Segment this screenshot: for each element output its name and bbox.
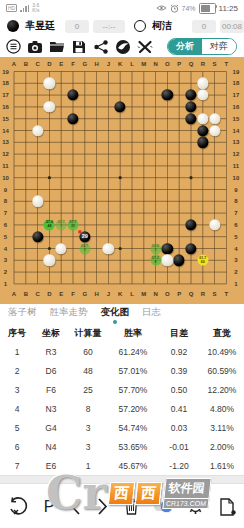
table-cell: 48 xyxy=(68,366,108,376)
board-coordinate: F xyxy=(71,61,75,67)
board-coordinate: E xyxy=(59,61,63,67)
board-coordinate: 15 xyxy=(233,116,240,122)
board-coordinate: H xyxy=(94,291,98,297)
toolbar: 分析 对弈 xyxy=(0,36,244,57)
board-coordinate: D xyxy=(47,291,51,297)
table-cell: 6 xyxy=(0,442,34,452)
save-button[interactable] xyxy=(71,39,87,55)
white-captures: 0 xyxy=(192,20,216,33)
board-coordinate: 17 xyxy=(233,92,240,98)
table-cell: N3 xyxy=(34,404,68,414)
board-coordinate: A xyxy=(12,291,16,297)
table-cell: 53.65% xyxy=(108,442,158,452)
col-index: 序号 xyxy=(0,327,34,340)
board-coordinate: O xyxy=(165,291,170,297)
board-coordinate: 1 xyxy=(234,281,237,287)
battery-percent: 74% xyxy=(182,5,196,12)
analysis-overlay-N4[interactable]: 53.63 xyxy=(150,243,161,254)
player-bar: 芈昱廷 0 --:-- 柯洁 0 00:08 xyxy=(0,16,244,36)
board-coordinate: P xyxy=(177,291,181,297)
board-coordinate: L xyxy=(130,291,134,297)
table-cell: 2.00% xyxy=(200,442,244,452)
board-coordinate: 4 xyxy=(234,246,237,252)
board-coordinate: K xyxy=(118,291,122,297)
analysis-overlay-D6[interactable]: 57.048 xyxy=(44,219,55,230)
board-coordinate: P xyxy=(177,61,181,67)
col-winrate: 胜率 xyxy=(108,327,158,340)
table-row[interactable]: 4N3857.20%0.414.80% xyxy=(0,399,244,418)
table-cell: 0.92 xyxy=(158,347,200,357)
table-cell: 5 xyxy=(0,423,34,433)
board-coordinate: 12 xyxy=(2,151,9,157)
board-coordinate: 8 xyxy=(4,198,7,204)
next-move-button[interactable] xyxy=(97,498,108,515)
table-cell: 12.20% xyxy=(200,385,244,395)
table-cell: 0.41 xyxy=(158,404,200,414)
board-coordinate: A xyxy=(12,61,16,67)
analysis-toggle[interactable] xyxy=(154,502,171,511)
pass-button[interactable]: P xyxy=(44,499,55,515)
tab-variation-diagram[interactable]: 变化图 xyxy=(101,306,130,324)
analysis-overlay-R3[interactable]: 61.760 xyxy=(197,255,208,266)
board-coordinate: T xyxy=(225,61,229,67)
board-coordinate: 18 xyxy=(233,80,240,86)
table-cell: 2 xyxy=(0,366,34,376)
board-coordinate: 8 xyxy=(234,198,237,204)
table-cell: 7 xyxy=(0,461,34,471)
board-coordinate: S xyxy=(213,61,217,67)
board-coordinate: G xyxy=(82,291,87,297)
table-cell: 0.39 xyxy=(158,366,200,376)
table-cell: 57.70% xyxy=(108,385,158,395)
board-coordinate: B xyxy=(24,291,28,297)
board-coordinate: 12 xyxy=(233,151,240,157)
battery-icon xyxy=(199,3,216,14)
tab-winrate-graph[interactable]: 胜率走势 xyxy=(50,306,88,324)
black-captures: 0 xyxy=(65,20,89,33)
board-coordinate: 9 xyxy=(4,187,7,193)
board-coordinate: 15 xyxy=(2,116,9,122)
table-cell: 3.11% xyxy=(200,423,244,433)
white-player-name: 柯洁 xyxy=(152,19,172,33)
board-coordinate: 19 xyxy=(233,69,240,75)
table-cell: 54.74% xyxy=(108,423,158,433)
table-row[interactable]: 5G4354.74%0.033.11% xyxy=(0,418,244,437)
table-cell: 57.01% xyxy=(108,366,158,376)
settings-button[interactable] xyxy=(187,498,204,515)
board-coordinate: 14 xyxy=(233,128,240,134)
previous-move-button[interactable] xyxy=(70,498,81,515)
table-cell: 4.80% xyxy=(200,404,244,414)
status-bar: HD 3.6K/s 74% 11:25 xyxy=(0,0,244,16)
board-coordinate: 2 xyxy=(234,269,237,275)
analysis-table-header: 序号 坐标 计算量 胜率 目差 直觉 xyxy=(0,324,244,342)
mode-switch: 分析 对弈 xyxy=(167,38,237,55)
board-coordinate: N xyxy=(153,291,157,297)
table-cell: 60 xyxy=(68,347,108,357)
delete-button[interactable] xyxy=(124,498,139,515)
board-coordinate: 13 xyxy=(2,139,9,145)
board-coordinate: 4 xyxy=(4,246,7,252)
table-cell: 60.59% xyxy=(200,366,244,376)
app-screen: HD 3.6K/s 74% 11:25 芈昱廷 0 --:-- 柯洁 0 00:… xyxy=(0,0,244,528)
table-cell: 57.20% xyxy=(108,404,158,414)
table-cell: D6 xyxy=(34,366,68,376)
board-coordinate: 19 xyxy=(2,69,9,75)
network-speed: 3.6K/s xyxy=(32,3,39,13)
table-cell: 25 xyxy=(68,385,108,395)
board-coordinate: L xyxy=(130,61,134,67)
table-cell: 45.67% xyxy=(108,461,158,471)
board-coordinate: E xyxy=(59,291,63,297)
section-divider xyxy=(0,475,244,484)
table-cell: N4 xyxy=(34,442,68,452)
table-cell: 1 xyxy=(0,347,34,357)
table-cell: R3 xyxy=(34,347,68,357)
bird-engine-button[interactable] xyxy=(115,39,131,55)
table-cell: 0.03 xyxy=(158,423,200,433)
clock-time: 11:25 xyxy=(219,4,238,13)
table-row[interactable]: 6N4353.65%-0.012.00% xyxy=(0,437,244,456)
undo-button[interactable] xyxy=(8,497,28,516)
table-row[interactable]: 2D64857.01%0.3960.59% xyxy=(0,361,244,380)
board-coordinate: Q xyxy=(189,291,194,297)
export-file-button[interactable] xyxy=(220,498,236,516)
board-coordinate: 11 xyxy=(233,163,239,169)
table-cell: 0.50 xyxy=(158,385,200,395)
board-coordinate: 7 xyxy=(234,210,237,216)
camera-button[interactable] xyxy=(27,39,43,55)
white-stone-icon xyxy=(134,20,146,32)
analysis-table-body: 1R36061.24%0.9210.49%2D64857.01%0.3960.5… xyxy=(0,342,244,475)
eye-icon xyxy=(156,4,167,12)
board-coordinate: Q xyxy=(189,61,194,67)
black-player-name: 芈昱廷 xyxy=(25,19,55,33)
move-number-label: 29 xyxy=(82,234,88,240)
analysis-overlay-F6[interactable]: 57.725 xyxy=(68,219,79,230)
analyze-mode-button[interactable]: 分析 xyxy=(168,39,202,54)
table-cell: 10.49% xyxy=(200,347,244,357)
tab-move-tree[interactable]: 落子树 xyxy=(8,306,37,324)
bottom-toolbar: P xyxy=(0,484,244,528)
table-cell: 8 xyxy=(68,404,108,414)
crossed-tools-button[interactable] xyxy=(137,39,153,55)
table-row[interactable]: 7E6145.67%-1.201.61% xyxy=(0,456,244,475)
col-policy: 直觉 xyxy=(200,327,244,340)
analysis-overlay-N3[interactable]: 57.28 xyxy=(150,255,161,266)
board-coordinate: R xyxy=(201,291,205,297)
table-cell: 3 xyxy=(68,423,108,433)
board-coordinate: B xyxy=(24,61,28,67)
board-coordinate: 6 xyxy=(234,222,237,228)
analysis-overlay-E6[interactable]: 45.71 xyxy=(56,219,67,230)
board-coordinate: 14 xyxy=(2,128,9,134)
board-coordinate: M xyxy=(141,291,146,297)
board-coordinate: R xyxy=(201,61,205,67)
board-coordinate: D xyxy=(47,61,51,67)
table-cell: 61.24% xyxy=(108,347,158,357)
board-coordinate: J xyxy=(107,291,110,297)
board-coordinate: S xyxy=(213,291,217,297)
board-coordinate: 18 xyxy=(2,80,9,86)
board-coordinate: 17 xyxy=(2,92,9,98)
board-coordinate: 3 xyxy=(4,257,7,263)
board-coordinate: F xyxy=(71,291,75,297)
hd-badge-icon: HD xyxy=(6,4,17,12)
table-cell: E6 xyxy=(34,461,68,471)
board-coordinate: 5 xyxy=(234,234,237,240)
table-cell: -1.20 xyxy=(158,461,200,471)
col-visits: 计算量 xyxy=(68,327,108,340)
board-coordinate: 16 xyxy=(233,104,240,110)
board-coordinate: 7 xyxy=(4,210,7,216)
board-coordinate: 1 xyxy=(4,281,7,287)
table-row[interactable]: 1R36061.24%0.9210.49% xyxy=(0,342,244,361)
board-coordinate: J xyxy=(107,61,110,67)
table-cell: 3 xyxy=(0,385,34,395)
tab-log[interactable]: 日志 xyxy=(142,306,161,324)
board-coordinate: H xyxy=(94,61,98,67)
go-board[interactable]: AA1919BB1818CC1717DD1616EE1515FF1414GG13… xyxy=(0,57,244,304)
board-coordinate: 10 xyxy=(233,175,240,181)
table-row[interactable]: 3F62557.70%0.5012.20% xyxy=(0,380,244,399)
black-timer: --:-- xyxy=(93,20,125,33)
board-coordinate: T xyxy=(225,291,229,297)
analysis-overlay-G4[interactable]: 54.73 xyxy=(79,243,90,254)
table-cell: 1 xyxy=(68,461,108,471)
tab-bar: 落子树 胜率走势 变化图 日志 xyxy=(0,304,244,324)
table-cell: F6 xyxy=(34,385,68,395)
board-coordinate: K xyxy=(118,61,122,67)
board-coordinate: 2 xyxy=(4,269,7,275)
board-coordinate: 10 xyxy=(2,175,9,181)
board-coordinate: 11 xyxy=(2,163,8,169)
board-coordinate: M xyxy=(141,61,146,67)
board-coordinate: 3 xyxy=(234,257,237,263)
table-cell: 4 xyxy=(0,404,34,414)
table-cell: -0.01 xyxy=(158,442,200,452)
table-cell: G4 xyxy=(34,423,68,433)
play-mode-button[interactable]: 对弈 xyxy=(202,39,236,54)
board-coordinate: O xyxy=(165,61,170,67)
col-coordinate: 坐标 xyxy=(34,327,68,340)
signal-icon xyxy=(20,5,29,12)
share-button[interactable] xyxy=(93,39,109,55)
board-coordinate: 9 xyxy=(234,187,237,193)
open-folder-button[interactable] xyxy=(49,39,65,55)
menu-button[interactable] xyxy=(5,39,21,55)
board-coordinate: G xyxy=(82,61,87,67)
board-coordinate: 16 xyxy=(2,104,9,110)
board-coordinate: N xyxy=(153,61,157,67)
table-cell: 1.61% xyxy=(200,461,244,471)
table-cell: 3 xyxy=(68,442,108,452)
board-coordinate: C xyxy=(35,291,39,297)
white-timer: 00:08 xyxy=(220,20,244,33)
board-coordinate: C xyxy=(35,61,39,67)
board-coordinate: 6 xyxy=(4,222,7,228)
board-coordinate: 5 xyxy=(4,234,7,240)
black-stone-icon xyxy=(7,20,19,32)
last-move-marker xyxy=(78,230,82,234)
col-score-diff: 目差 xyxy=(158,327,200,340)
alarm-icon xyxy=(170,4,179,13)
board-coordinate: 13 xyxy=(233,139,240,145)
